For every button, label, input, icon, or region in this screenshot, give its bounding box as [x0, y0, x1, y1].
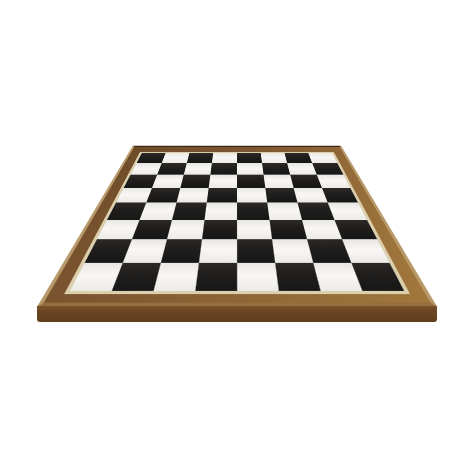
- square-e1[interactable]: [237, 263, 279, 291]
- square-c2[interactable]: [161, 240, 202, 263]
- square-d6[interactable]: [209, 175, 237, 188]
- square-c6[interactable]: [181, 175, 211, 188]
- board-inner-border: [65, 152, 410, 294]
- square-h5[interactable]: [322, 188, 358, 203]
- square-e8[interactable]: [237, 153, 262, 163]
- square-d7[interactable]: [210, 163, 237, 175]
- square-c8[interactable]: [187, 153, 213, 163]
- square-d4[interactable]: [205, 203, 237, 220]
- square-d3[interactable]: [202, 220, 237, 240]
- square-c4[interactable]: [172, 203, 207, 220]
- square-b4[interactable]: [140, 203, 177, 220]
- square-e6[interactable]: [237, 175, 265, 188]
- square-b6[interactable]: [152, 175, 184, 188]
- square-h6[interactable]: [317, 175, 350, 188]
- board-frame: [37, 146, 436, 307]
- square-f7[interactable]: [262, 163, 290, 175]
- square-h3[interactable]: [334, 220, 377, 240]
- square-e3[interactable]: [237, 220, 272, 240]
- square-h7[interactable]: [312, 163, 343, 175]
- square-c1[interactable]: [154, 263, 199, 291]
- square-f4[interactable]: [267, 203, 302, 220]
- square-e7[interactable]: [237, 163, 264, 175]
- square-h2[interactable]: [342, 240, 389, 263]
- square-f8[interactable]: [261, 153, 287, 163]
- square-h4[interactable]: [328, 203, 367, 220]
- square-c5[interactable]: [177, 188, 209, 203]
- square-f5[interactable]: [265, 188, 297, 203]
- square-c3[interactable]: [167, 220, 205, 240]
- square-h8[interactable]: [308, 153, 337, 163]
- chessboard-grid: [71, 153, 404, 291]
- square-b8[interactable]: [162, 153, 190, 163]
- square-e2[interactable]: [237, 240, 275, 263]
- square-e5[interactable]: [237, 188, 267, 203]
- square-b7[interactable]: [157, 163, 187, 175]
- square-b3[interactable]: [132, 220, 172, 240]
- square-e4[interactable]: [237, 203, 269, 220]
- square-b5[interactable]: [146, 188, 180, 203]
- square-d1[interactable]: [195, 263, 237, 291]
- square-d2[interactable]: [199, 240, 237, 263]
- square-f3[interactable]: [269, 220, 307, 240]
- square-f6[interactable]: [264, 175, 294, 188]
- board-front-edge: [37, 306, 436, 322]
- square-d5[interactable]: [207, 188, 237, 203]
- square-d8[interactable]: [212, 153, 237, 163]
- square-c7[interactable]: [184, 163, 212, 175]
- chessboard-scene: [0, 0, 474, 474]
